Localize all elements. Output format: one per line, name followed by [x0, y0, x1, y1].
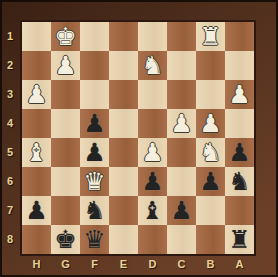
- square-e6[interactable]: [109, 167, 138, 196]
- square-f3[interactable]: [80, 80, 109, 109]
- square-d2[interactable]: ♞: [138, 51, 167, 80]
- rank-label-6: 6: [0, 167, 20, 196]
- rank-label-7: 7: [0, 196, 20, 225]
- piece-black-pawn[interactable]: ♟: [141, 167, 163, 196]
- piece-black-king[interactable]: ♚: [54, 225, 76, 254]
- file-label-h: H: [22, 255, 51, 275]
- piece-white-pawn[interactable]: ♟: [228, 80, 250, 109]
- square-b2[interactable]: [196, 51, 225, 80]
- chess-board: ♚♜♟♞♟♟♟♟♟♝♟♟♞♟♛♟♟♞♟♞♝♟♚♛♜: [20, 20, 256, 256]
- square-g5[interactable]: [51, 138, 80, 167]
- square-f2[interactable]: [80, 51, 109, 80]
- square-h7[interactable]: ♟: [22, 196, 51, 225]
- piece-white-king[interactable]: ♚: [54, 22, 76, 51]
- piece-white-pawn[interactable]: ♟: [25, 80, 47, 109]
- rank-label-2: 2: [0, 51, 20, 80]
- square-h1[interactable]: [22, 22, 51, 51]
- piece-black-knight[interactable]: ♞: [83, 196, 105, 225]
- square-d8[interactable]: [138, 225, 167, 254]
- piece-white-queen[interactable]: ♛: [83, 167, 105, 196]
- rank-label-5: 5: [0, 138, 20, 167]
- square-e7[interactable]: [109, 196, 138, 225]
- square-a6[interactable]: ♞: [225, 167, 254, 196]
- square-e3[interactable]: [109, 80, 138, 109]
- piece-black-bishop[interactable]: ♝: [141, 196, 163, 225]
- square-a4[interactable]: [225, 109, 254, 138]
- square-d1[interactable]: [138, 22, 167, 51]
- square-d5[interactable]: ♟: [138, 138, 167, 167]
- chess-board-widget: 12345678 HGFEDCBA ♚♜♟♞♟♟♟♟♟♝♟♟♞♟♛♟♟♞♟♞♝♟…: [0, 0, 278, 277]
- file-label-e: E: [109, 255, 138, 275]
- piece-black-rook[interactable]: ♜: [228, 225, 250, 254]
- square-b4[interactable]: ♟: [196, 109, 225, 138]
- square-f4[interactable]: ♟: [80, 109, 109, 138]
- square-g2[interactable]: ♟: [51, 51, 80, 80]
- square-e5[interactable]: [109, 138, 138, 167]
- square-f7[interactable]: ♞: [80, 196, 109, 225]
- square-b5[interactable]: ♞: [196, 138, 225, 167]
- square-h4[interactable]: [22, 109, 51, 138]
- square-h5[interactable]: ♝: [22, 138, 51, 167]
- piece-black-pawn[interactable]: ♟: [83, 138, 105, 167]
- square-b7[interactable]: [196, 196, 225, 225]
- square-d7[interactable]: ♝: [138, 196, 167, 225]
- square-f5[interactable]: ♟: [80, 138, 109, 167]
- square-c6[interactable]: [167, 167, 196, 196]
- file-labels: HGFEDCBA: [22, 255, 254, 275]
- square-h2[interactable]: [22, 51, 51, 80]
- square-d6[interactable]: ♟: [138, 167, 167, 196]
- piece-white-knight[interactable]: ♞: [199, 138, 221, 167]
- file-label-g: G: [51, 255, 80, 275]
- piece-white-bishop[interactable]: ♝: [25, 138, 47, 167]
- file-label-f: F: [80, 255, 109, 275]
- piece-black-queen[interactable]: ♛: [83, 225, 105, 254]
- square-e1[interactable]: [109, 22, 138, 51]
- piece-white-rook[interactable]: ♜: [199, 22, 221, 51]
- square-e4[interactable]: [109, 109, 138, 138]
- square-a7[interactable]: [225, 196, 254, 225]
- square-b3[interactable]: [196, 80, 225, 109]
- rank-label-8: 8: [0, 225, 20, 254]
- piece-black-pawn[interactable]: ♟: [199, 167, 221, 196]
- square-g1[interactable]: ♚: [51, 22, 80, 51]
- piece-black-pawn[interactable]: ♟: [25, 196, 47, 225]
- square-b8[interactable]: [196, 225, 225, 254]
- rank-label-1: 1: [0, 22, 20, 51]
- square-e8[interactable]: [109, 225, 138, 254]
- square-c7[interactable]: ♟: [167, 196, 196, 225]
- piece-black-pawn[interactable]: ♟: [170, 196, 192, 225]
- rank-label-3: 3: [0, 80, 20, 109]
- square-c8[interactable]: [167, 225, 196, 254]
- square-e2[interactable]: [109, 51, 138, 80]
- square-a2[interactable]: [225, 51, 254, 80]
- square-f1[interactable]: [80, 22, 109, 51]
- square-c2[interactable]: [167, 51, 196, 80]
- square-c4[interactable]: ♟: [167, 109, 196, 138]
- square-a3[interactable]: ♟: [225, 80, 254, 109]
- piece-black-knight[interactable]: ♞: [228, 167, 250, 196]
- square-d3[interactable]: [138, 80, 167, 109]
- piece-white-pawn[interactable]: ♟: [170, 109, 192, 138]
- square-b6[interactable]: ♟: [196, 167, 225, 196]
- piece-white-pawn[interactable]: ♟: [54, 51, 76, 80]
- square-h8[interactable]: [22, 225, 51, 254]
- square-g3[interactable]: [51, 80, 80, 109]
- piece-white-pawn[interactable]: ♟: [199, 109, 221, 138]
- square-b1[interactable]: ♜: [196, 22, 225, 51]
- square-h6[interactable]: [22, 167, 51, 196]
- square-h3[interactable]: ♟: [22, 80, 51, 109]
- square-g6[interactable]: [51, 167, 80, 196]
- rank-labels: 12345678: [0, 22, 20, 254]
- square-c1[interactable]: [167, 22, 196, 51]
- square-a5[interactable]: ♟: [225, 138, 254, 167]
- square-f8[interactable]: ♛: [80, 225, 109, 254]
- square-a1[interactable]: [225, 22, 254, 51]
- piece-black-pawn[interactable]: ♟: [83, 109, 105, 138]
- square-g8[interactable]: ♚: [51, 225, 80, 254]
- file-label-a: A: [225, 255, 254, 275]
- square-c5[interactable]: [167, 138, 196, 167]
- square-g4[interactable]: [51, 109, 80, 138]
- square-f6[interactable]: ♛: [80, 167, 109, 196]
- square-c3[interactable]: [167, 80, 196, 109]
- rank-label-4: 4: [0, 109, 20, 138]
- piece-white-knight[interactable]: ♞: [141, 51, 163, 80]
- file-label-c: C: [167, 255, 196, 275]
- square-d4[interactable]: [138, 109, 167, 138]
- piece-black-pawn[interactable]: ♟: [228, 138, 250, 167]
- piece-white-pawn[interactable]: ♟: [141, 138, 163, 167]
- square-a8[interactable]: ♜: [225, 225, 254, 254]
- file-label-d: D: [138, 255, 167, 275]
- file-label-b: B: [196, 255, 225, 275]
- square-g7[interactable]: [51, 196, 80, 225]
